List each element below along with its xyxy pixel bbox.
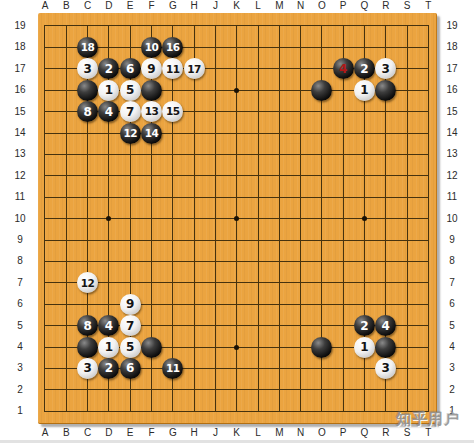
stone-number: 2 — [360, 319, 368, 331]
stone-black-D3: 2 — [98, 358, 119, 379]
stone-white-D4: 1 — [98, 337, 119, 358]
stone-number: 12 — [123, 127, 137, 138]
stone-white-G17: 11 — [162, 58, 183, 79]
stone-number: 8 — [83, 105, 91, 117]
stone-black-E17: 6 — [120, 58, 141, 79]
stone-number: 11 — [166, 363, 180, 374]
stone-number: 4 — [105, 105, 113, 117]
stone-number: 10 — [145, 42, 159, 53]
stone-black-F14: 14 — [141, 123, 162, 144]
watermark: 知乎用户 — [396, 410, 460, 429]
stone-black-R4 — [375, 337, 396, 358]
stone-number: 12 — [81, 277, 95, 288]
stone-white-E6: 9 — [120, 294, 141, 315]
stone-number: 2 — [360, 62, 368, 74]
stone-number: 5 — [126, 341, 134, 353]
stone-white-C3: 3 — [77, 358, 98, 379]
stone-black-C16 — [77, 80, 98, 101]
stone-number: 9 — [126, 298, 134, 310]
stone-white-D16: 1 — [98, 80, 119, 101]
stone-black-F4 — [141, 337, 162, 358]
stone-white-E4: 5 — [120, 337, 141, 358]
stone-number: 1 — [105, 341, 113, 353]
stone-white-R17: 3 — [375, 58, 396, 79]
stone-white-C7: 12 — [77, 272, 98, 293]
stone-white-R3: 3 — [375, 358, 396, 379]
stone-white-E5: 7 — [120, 315, 141, 336]
stone-black-F18: 10 — [141, 37, 162, 58]
stone-number: 14 — [145, 127, 159, 138]
stone-white-Q16: 1 — [354, 80, 375, 101]
stone-black-R16 — [375, 80, 396, 101]
stone-black-E14: 12 — [120, 123, 141, 144]
stone-number: 6 — [126, 362, 134, 374]
stone-number: 17 — [187, 63, 201, 74]
stone-white-G15: 15 — [162, 101, 183, 122]
stone-black-G3: 11 — [162, 358, 183, 379]
stone-white-F15: 13 — [141, 101, 162, 122]
stone-white-H17: 17 — [184, 58, 205, 79]
stone-white-Q4: 1 — [354, 337, 375, 358]
stone-number: 2 — [105, 62, 113, 74]
stone-black-Q17: 2 — [354, 58, 375, 79]
stone-black-D15: 4 — [98, 101, 119, 122]
stone-number: 11 — [166, 63, 180, 74]
stone-number: 1 — [360, 341, 368, 353]
stone-number: 3 — [382, 362, 390, 374]
stone-number: 1 — [360, 84, 368, 96]
stone-number: 3 — [83, 362, 91, 374]
stone-number: 13 — [145, 106, 159, 117]
stone-number: 3 — [382, 62, 390, 74]
stone-black-Q5: 2 — [354, 315, 375, 336]
stone-number: 4 — [105, 319, 113, 331]
stone-black-D17: 2 — [98, 58, 119, 79]
stone-black-E3: 6 — [120, 358, 141, 379]
stone-black-O16 — [311, 80, 332, 101]
stone-white-F17: 9 — [141, 58, 162, 79]
stone-number: 5 — [126, 84, 134, 96]
stone-black-F16 — [141, 80, 162, 101]
stone-white-E15: 7 — [120, 101, 141, 122]
stone-white-C17: 3 — [77, 58, 98, 79]
stone-number: 2 — [105, 362, 113, 374]
stone-black-C18: 18 — [77, 37, 98, 58]
stone-black-O4 — [311, 337, 332, 358]
stone-number: 4 — [339, 62, 347, 74]
go-diagram: AABBCCDDEEFFGGHHJJKKLLMMNNOOPPQQRRSSTT19… — [0, 0, 474, 443]
stone-black-C5: 8 — [77, 315, 98, 336]
stone-black-D5: 4 — [98, 315, 119, 336]
stone-number: 15 — [166, 106, 180, 117]
stone-number: 3 — [83, 62, 91, 74]
stone-number: 18 — [81, 42, 95, 53]
stones: 1810163269111715847131512144231129847153… — [0, 0, 474, 443]
stone-number: 6 — [126, 62, 134, 74]
stone-black-P17: 4 — [333, 58, 354, 79]
stone-number: 16 — [166, 42, 180, 53]
stone-number: 4 — [382, 319, 390, 331]
stone-black-R5: 4 — [375, 315, 396, 336]
stone-black-C15: 8 — [77, 101, 98, 122]
stone-number: 9 — [147, 62, 155, 74]
stone-number: 7 — [126, 105, 134, 117]
stone-number: 1 — [105, 84, 113, 96]
stone-number: 8 — [83, 319, 91, 331]
stone-white-E16: 5 — [120, 80, 141, 101]
stone-black-C4 — [77, 337, 98, 358]
stone-black-G18: 16 — [162, 37, 183, 58]
stone-number: 7 — [126, 319, 134, 331]
